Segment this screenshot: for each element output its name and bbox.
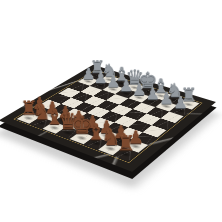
- chess-set-photo: ♜♞♝♛♚♝♞♜♟♟♟♟♟♟♟♟♟♟♟♟♟♟♟♟♜♞♝♛♚♝♞♜: [0, 0, 222, 222]
- chess-board: ♜♞♝♛♚♝♞♜♟♟♟♟♟♟♟♟♟♟♟♟♟♟♟♟♜♞♝♛♚♝♞♜: [0, 65, 216, 172]
- piece-silver-pawn: ♟: [168, 94, 193, 110]
- square-h1: ♜: [113, 147, 138, 161]
- piece-copper-rook: ♜: [112, 133, 139, 154]
